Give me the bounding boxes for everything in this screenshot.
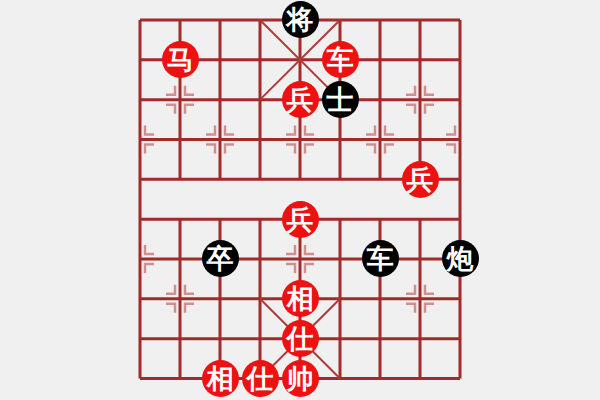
red-chariot[interactable]: 车 xyxy=(322,41,359,78)
red-horse[interactable]: 马 xyxy=(162,41,199,78)
red-elephant[interactable]: 相 xyxy=(282,280,319,317)
red-advisor[interactable]: 仕 xyxy=(282,320,319,357)
red-general[interactable]: 帅 xyxy=(282,360,319,397)
black-advisor[interactable]: 士 xyxy=(322,81,359,118)
board-grid[interactable]: 将马车兵士兵兵卒车炮相仕相仕帅 xyxy=(120,0,480,398)
black-cannon[interactable]: 炮 xyxy=(442,240,479,277)
red-soldier[interactable]: 兵 xyxy=(402,161,439,198)
page-background: 将马车兵士兵兵卒车炮相仕相仕帅 xyxy=(0,0,600,400)
red-advisor[interactable]: 仕 xyxy=(242,360,279,397)
black-soldier[interactable]: 卒 xyxy=(202,240,239,277)
red-soldier[interactable]: 兵 xyxy=(282,81,319,118)
black-general[interactable]: 将 xyxy=(282,1,319,38)
black-chariot[interactable]: 车 xyxy=(362,240,399,277)
red-elephant[interactable]: 相 xyxy=(202,360,239,397)
red-soldier[interactable]: 兵 xyxy=(282,201,319,238)
